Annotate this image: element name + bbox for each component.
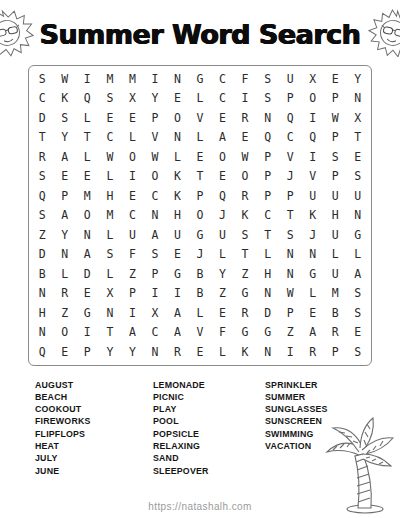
- grid-cell: Z: [211, 284, 234, 304]
- grid-cell: C: [144, 323, 167, 343]
- grid-cell: E: [301, 303, 324, 323]
- grid-cell: X: [346, 108, 369, 128]
- grid-cell: P: [189, 186, 212, 206]
- grid-cell: L: [99, 264, 122, 284]
- word-list-item: PLAY: [153, 403, 265, 415]
- grid-cell: Z: [234, 264, 257, 284]
- grid-cell: I: [144, 69, 167, 89]
- grid-cell: A: [166, 303, 189, 323]
- grid-cell: O: [121, 147, 144, 167]
- footer-url: https://natashalh.com: [0, 501, 400, 512]
- word-list-item: SLEEPOVER: [153, 465, 265, 477]
- grid-cell: S: [324, 147, 347, 167]
- grid-cell: W: [234, 147, 257, 167]
- grid-cell: E: [121, 186, 144, 206]
- word-list-item: SUMMER: [265, 391, 328, 403]
- grid-cell: G: [76, 303, 99, 323]
- word-list-item: LEMONADE: [153, 379, 265, 391]
- word-list-item: AUGUST: [35, 379, 153, 391]
- grid-cell: U: [166, 225, 189, 245]
- grid-cell: T: [189, 167, 212, 187]
- grid-cell: H: [256, 264, 279, 284]
- grid-cell: N: [279, 245, 302, 265]
- grid-cell: L: [256, 245, 279, 265]
- grid-cell: N: [346, 89, 369, 109]
- grid-cell: H: [31, 303, 54, 323]
- grid-cell: L: [54, 264, 77, 284]
- grid-cell: N: [31, 284, 54, 304]
- grid-cell: X: [99, 284, 122, 304]
- grid-cell: A: [54, 147, 77, 167]
- grid-cell: C: [279, 128, 302, 148]
- grid-cell: A: [76, 245, 99, 265]
- grid-cell: Y: [211, 264, 234, 284]
- grid-cell: F: [121, 245, 144, 265]
- word-list-item: FIREWORKS: [35, 415, 153, 427]
- grid-cell: P: [144, 108, 167, 128]
- grid-cell: Y: [54, 225, 77, 245]
- grid-cell: P: [279, 303, 302, 323]
- grid-cell: G: [189, 225, 212, 245]
- grid-cell: S: [99, 89, 122, 109]
- grid-cell: W: [99, 147, 122, 167]
- grid-cell: G: [234, 284, 257, 304]
- grid-cell: W: [279, 284, 302, 304]
- grid-cell: O: [76, 206, 99, 226]
- grid-cell: S: [346, 167, 369, 187]
- grid-cell: E: [211, 167, 234, 187]
- grid-cell: N: [144, 206, 167, 226]
- grid-cell: B: [31, 264, 54, 284]
- grid-cell: I: [301, 147, 324, 167]
- grid-cell: Y: [121, 342, 144, 362]
- word-list-item: COOKOUT: [35, 403, 153, 415]
- grid-cell: P: [324, 89, 347, 109]
- grid-cell: G: [346, 225, 369, 245]
- grid-cell: I: [144, 284, 167, 304]
- grid-cell: N: [346, 206, 369, 226]
- grid-cell: C: [256, 206, 279, 226]
- word-list-item: BEACH: [35, 391, 153, 403]
- grid-cell: L: [99, 167, 122, 187]
- grid-cell: C: [144, 186, 167, 206]
- grid-cell: S: [346, 303, 369, 323]
- grid-cell: J: [189, 245, 212, 265]
- grid-cell: G: [256, 323, 279, 343]
- page-header: Summer Word Search: [0, 0, 400, 60]
- grid-cell: E: [54, 342, 77, 362]
- grid-cell: J: [279, 167, 302, 187]
- grid-cell: P: [256, 147, 279, 167]
- grid-cell: N: [99, 303, 122, 323]
- grid-cell: S: [31, 69, 54, 89]
- grid-cell: Y: [346, 69, 369, 89]
- grid-cell: V: [279, 147, 302, 167]
- grid-cell: N: [54, 245, 77, 265]
- grid-cell: Q: [31, 342, 54, 362]
- grid-cell: O: [301, 89, 324, 109]
- grid-cell: P: [324, 128, 347, 148]
- grid-cell: M: [324, 284, 347, 304]
- grid-cell: T: [234, 245, 257, 265]
- grid-cell: C: [99, 128, 122, 148]
- grid-cell: C: [211, 69, 234, 89]
- grid-cell: A: [166, 323, 189, 343]
- grid-cell: R: [31, 147, 54, 167]
- grid-cell: U: [324, 186, 347, 206]
- grid-cell: S: [54, 108, 77, 128]
- grid-cell: V: [189, 323, 212, 343]
- grid-cell: S: [31, 206, 54, 226]
- grid-cell: N: [256, 284, 279, 304]
- word-list-column-1: AUGUSTBEACHCOOKOUTFIREWORKSFLIPFLOPSHEAT…: [35, 379, 153, 477]
- word-list-item: JULY: [35, 452, 153, 464]
- grid-cell: E: [99, 108, 122, 128]
- grid-cell: L: [301, 284, 324, 304]
- grid-cell: G: [234, 323, 257, 343]
- grid-cell: L: [189, 128, 212, 148]
- grid-cell: E: [211, 303, 234, 323]
- word-list-item: PICNIC: [153, 391, 265, 403]
- grid-cell: E: [76, 167, 99, 187]
- grid-cell: T: [99, 323, 122, 343]
- grid-cell: C: [31, 89, 54, 109]
- grid-cell: L: [324, 245, 347, 265]
- sun-with-sunglasses-left-icon: [0, 7, 34, 61]
- grid-cell: L: [76, 147, 99, 167]
- grid-cell: W: [144, 147, 167, 167]
- grid-cell: A: [211, 128, 234, 148]
- grid-cell: Y: [54, 128, 77, 148]
- grid-cell: C: [121, 206, 144, 226]
- grid-cell: F: [234, 69, 257, 89]
- grid-cell: U: [211, 225, 234, 245]
- grid-cell: P: [76, 342, 99, 362]
- grid-cell: V: [189, 108, 212, 128]
- grid-cell: R: [234, 186, 257, 206]
- grid-cell: L: [211, 245, 234, 265]
- grid-cell: U: [121, 225, 144, 245]
- grid-cell: S: [256, 69, 279, 89]
- grid-cell: N: [166, 128, 189, 148]
- grid-cell: T: [279, 206, 302, 226]
- grid-cell: Y: [99, 342, 122, 362]
- grid-cell: N: [279, 264, 302, 284]
- grid-cell: I: [234, 89, 257, 109]
- grid-cell: E: [76, 284, 99, 304]
- grid-cell: K: [234, 206, 257, 226]
- grid-cell: P: [279, 89, 302, 109]
- grid-cell: D: [76, 264, 99, 284]
- grid-cell: E: [346, 323, 369, 343]
- grid-cell: N: [76, 225, 99, 245]
- grid-cell: V: [301, 167, 324, 187]
- grid-cell: P: [144, 264, 167, 284]
- grid-cell: Q: [301, 128, 324, 148]
- grid-cell: L: [189, 89, 212, 109]
- grid-cell: N: [256, 342, 279, 362]
- grid-cell: R: [234, 303, 257, 323]
- grid-cell: T: [76, 128, 99, 148]
- grid-cell: R: [301, 342, 324, 362]
- grid-cell: Q: [76, 89, 99, 109]
- grid-cell: U: [279, 69, 302, 89]
- grid-cell: P: [54, 186, 77, 206]
- grid-cell: M: [76, 186, 99, 206]
- grid-cell: O: [54, 323, 77, 343]
- grid-cell: O: [166, 108, 189, 128]
- grid-cell: E: [189, 342, 212, 362]
- grid-cell: L: [121, 128, 144, 148]
- grid-cell: M: [99, 206, 122, 226]
- grid-cell: J: [301, 225, 324, 245]
- grid-cell: E: [346, 147, 369, 167]
- grid-cell: K: [54, 89, 77, 109]
- grid-cell: W: [324, 108, 347, 128]
- word-list-item: POOL: [153, 415, 265, 427]
- grid-cell: P: [324, 342, 347, 362]
- grid-cell: U: [301, 186, 324, 206]
- word-list-item: SAND: [153, 452, 265, 464]
- grid-cell: J: [211, 206, 234, 226]
- grid-cell: A: [144, 225, 167, 245]
- grid-cell: I: [301, 108, 324, 128]
- grid-cell: E: [166, 245, 189, 265]
- grid-cell: R: [54, 284, 77, 304]
- grid-cell: K: [166, 167, 189, 187]
- grid-cell: E: [121, 108, 144, 128]
- page-title: Summer Word Search: [40, 19, 361, 50]
- grid-cell: Z: [279, 323, 302, 343]
- grid-cell: U: [324, 264, 347, 284]
- grid-cell: S: [279, 225, 302, 245]
- grid-cell: T: [256, 225, 279, 245]
- grid-cell: H: [99, 186, 122, 206]
- grid-cell: U: [324, 225, 347, 245]
- grid-cell: B: [189, 264, 212, 284]
- grid-cell: Q: [31, 186, 54, 206]
- grid-cell: T: [346, 128, 369, 148]
- grid-cell: L: [211, 342, 234, 362]
- grid-cell: G: [189, 69, 212, 89]
- grid-cell: B: [324, 303, 347, 323]
- grid-cell: D: [31, 245, 54, 265]
- grid-cell: S: [346, 284, 369, 304]
- grid-cell: C: [211, 89, 234, 109]
- grid-cell: S: [31, 167, 54, 187]
- grid-cell: D: [256, 303, 279, 323]
- grid-cell: P: [324, 167, 347, 187]
- grid-cell: O: [211, 147, 234, 167]
- grid-cell: N: [166, 69, 189, 89]
- grid-cell: P: [256, 167, 279, 187]
- grid-cell: V: [144, 128, 167, 148]
- grid-cell: L: [99, 225, 122, 245]
- grid-cell: L: [76, 108, 99, 128]
- word-list-item: JUNE: [35, 465, 153, 477]
- grid-cell: O: [189, 206, 212, 226]
- word-list-item: POPSICLE: [153, 428, 265, 440]
- grid-cell: R: [166, 342, 189, 362]
- grid-cell: E: [324, 69, 347, 89]
- grid-cell: I: [121, 303, 144, 323]
- grid-cell: Y: [144, 89, 167, 109]
- grid-cell: X: [144, 303, 167, 323]
- grid-cell: U: [346, 186, 369, 206]
- grid-cell: Q: [279, 108, 302, 128]
- grid-cell: Q: [256, 128, 279, 148]
- grid-cell: S: [99, 245, 122, 265]
- grid-cell: Z: [54, 303, 77, 323]
- grid-cell: I: [76, 323, 99, 343]
- grid-cell: P: [279, 186, 302, 206]
- grid-cell: N: [144, 342, 167, 362]
- grid-cell: S: [346, 342, 369, 362]
- grid-cell: A: [301, 323, 324, 343]
- grid-cell: N: [301, 245, 324, 265]
- grid-cell: X: [301, 69, 324, 89]
- grid-cell: I: [166, 284, 189, 304]
- grid-cell: H: [324, 206, 347, 226]
- grid-cell: S: [256, 89, 279, 109]
- grid-cell: X: [121, 89, 144, 109]
- grid-cell: G: [301, 264, 324, 284]
- grid-cell: A: [54, 206, 77, 226]
- grid-cell: E: [234, 128, 257, 148]
- grid-cell: K: [301, 206, 324, 226]
- grid-cell: K: [166, 186, 189, 206]
- grid-cell: K: [234, 342, 257, 362]
- grid-cell: S: [234, 225, 257, 245]
- grid-cell: L: [166, 147, 189, 167]
- grid-cell: F: [211, 323, 234, 343]
- grid-cell: B: [189, 284, 212, 304]
- grid-cell: S: [144, 245, 167, 265]
- grid-cell: O: [234, 167, 257, 187]
- grid-cell: E: [189, 147, 212, 167]
- grid-cell: T: [31, 128, 54, 148]
- grid-cell: G: [166, 264, 189, 284]
- grid-cell: L: [346, 245, 369, 265]
- grid-cell: E: [54, 167, 77, 187]
- grid-cell: W: [54, 69, 77, 89]
- grid-cell: D: [31, 108, 54, 128]
- grid-cell: H: [166, 206, 189, 226]
- word-search-grid: SWIMMINGCFSUXEYCKQSXYELCISPOPNDSLEEPOVER…: [28, 65, 372, 366]
- grid-cell: R: [324, 323, 347, 343]
- grid-cell: I: [279, 342, 302, 362]
- grid-cell: R: [234, 108, 257, 128]
- grid-cell: O: [144, 167, 167, 187]
- word-list-column-2: LEMONADEPICNICPLAYPOOLPOPSICLERELAXINGSA…: [153, 379, 265, 477]
- grid-cell: A: [121, 323, 144, 343]
- grid-cell: N: [256, 108, 279, 128]
- word-list-item: FLIPFLOPS: [35, 428, 153, 440]
- word-list-item: HEAT: [35, 440, 153, 452]
- grid-cell: I: [76, 69, 99, 89]
- word-list-item: RELAXING: [153, 440, 265, 452]
- grid-cell: L: [189, 303, 212, 323]
- grid-cell: Z: [121, 264, 144, 284]
- grid-cell: M: [121, 69, 144, 89]
- grid-cell: Q: [211, 186, 234, 206]
- sun-with-sunglasses-right-icon: [366, 7, 400, 61]
- grid-cell: E: [211, 108, 234, 128]
- grid-cell: M: [99, 69, 122, 89]
- grid-cell: N: [31, 323, 54, 343]
- grid-cell: E: [166, 89, 189, 109]
- word-list-item: SPRINKLER: [265, 379, 328, 391]
- grid-cell: A: [346, 264, 369, 284]
- grid-cell: I: [121, 167, 144, 187]
- grid-cell: Z: [31, 225, 54, 245]
- grid-cell: P: [256, 186, 279, 206]
- grid-cell: P: [121, 284, 144, 304]
